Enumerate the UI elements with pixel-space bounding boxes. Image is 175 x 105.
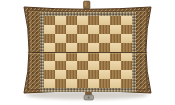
square-r2c3[interactable]	[66, 25, 77, 34]
square-r3c7[interactable]	[110, 34, 121, 43]
square-r1c8[interactable]	[121, 16, 132, 25]
square-r8c2[interactable]	[55, 79, 66, 88]
square-r5c1[interactable]	[44, 52, 55, 61]
square-r7c2[interactable]	[55, 70, 66, 79]
square-r5c2[interactable]	[55, 52, 66, 61]
square-r1c5[interactable]	[88, 16, 99, 25]
square-r3c6[interactable]	[99, 34, 110, 43]
square-r6c3[interactable]	[66, 61, 77, 70]
square-r8c1[interactable]	[44, 79, 55, 88]
square-r5c6[interactable]	[99, 52, 110, 61]
square-r2c7[interactable]	[110, 25, 121, 34]
square-r1c3[interactable]	[66, 16, 77, 25]
square-r5c7[interactable]	[110, 52, 121, 61]
square-r5c8[interactable]	[121, 52, 132, 61]
square-r6c1[interactable]	[44, 61, 55, 70]
square-r7c1[interactable]	[44, 70, 55, 79]
square-r8c5[interactable]	[88, 79, 99, 88]
square-r6c6[interactable]	[99, 61, 110, 70]
hinge-seam	[27, 52, 148, 54]
square-r6c8[interactable]	[121, 61, 132, 70]
square-r1c7[interactable]	[110, 16, 121, 25]
square-r6c5[interactable]	[88, 61, 99, 70]
square-r2c2[interactable]	[55, 25, 66, 34]
square-r8c8[interactable]	[121, 79, 132, 88]
square-r8c4[interactable]	[77, 79, 88, 88]
square-r8c3[interactable]	[66, 79, 77, 88]
square-r6c7[interactable]	[110, 61, 121, 70]
square-r2c8[interactable]	[121, 25, 132, 34]
square-r3c2[interactable]	[55, 34, 66, 43]
square-r3c4[interactable]	[77, 34, 88, 43]
square-r1c4[interactable]	[77, 16, 88, 25]
square-r3c5[interactable]	[88, 34, 99, 43]
square-r3c1[interactable]	[44, 34, 55, 43]
square-r7c4[interactable]	[77, 70, 88, 79]
square-r6c4[interactable]	[77, 61, 88, 70]
square-r7c8[interactable]	[121, 70, 132, 79]
square-r7c3[interactable]	[66, 70, 77, 79]
square-r8c7[interactable]	[110, 79, 121, 88]
square-r3c8[interactable]	[121, 34, 132, 43]
square-r5c5[interactable]	[88, 52, 99, 61]
square-r7c7[interactable]	[110, 70, 121, 79]
square-r8c6[interactable]	[99, 79, 110, 88]
square-r2c5[interactable]	[88, 25, 99, 34]
square-r1c6[interactable]	[99, 16, 110, 25]
square-r6c2[interactable]	[55, 61, 66, 70]
square-r2c4[interactable]	[77, 25, 88, 34]
square-r2c6[interactable]	[99, 25, 110, 34]
square-r1c1[interactable]	[44, 16, 55, 25]
lid-knob	[84, 1, 91, 9]
chess-box-photo	[0, 0, 175, 105]
square-r3c3[interactable]	[66, 34, 77, 43]
square-r2c1[interactable]	[44, 25, 55, 34]
square-r1c2[interactable]	[55, 16, 66, 25]
square-r5c4[interactable]	[77, 52, 88, 61]
square-r5c3[interactable]	[66, 52, 77, 61]
square-r7c5[interactable]	[88, 70, 99, 79]
square-r7c6[interactable]	[99, 70, 110, 79]
